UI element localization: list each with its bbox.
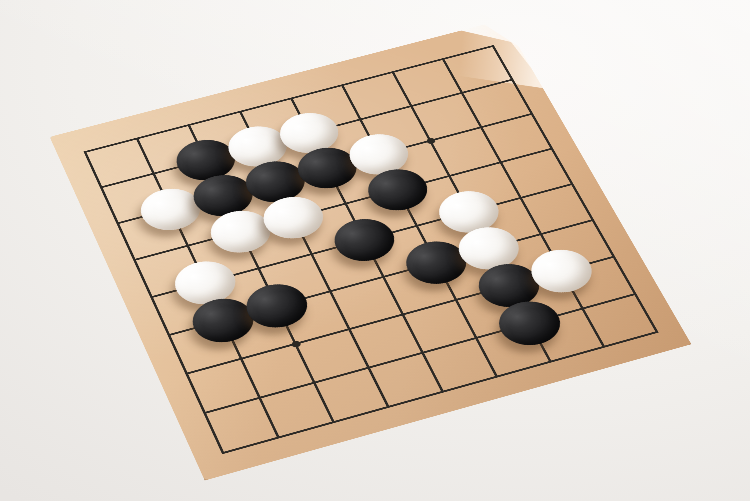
photo-background	[0, 0, 750, 501]
board-plane	[32, 10, 715, 497]
